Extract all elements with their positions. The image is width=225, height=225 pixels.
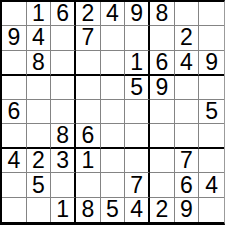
cell-r4c3[interactable] [51, 76, 76, 100]
cell-r6c9[interactable] [199, 124, 224, 149]
cell-r2c4[interactable]: 7 [76, 26, 101, 50]
cell-r1c4[interactable]: 2 [76, 2, 101, 26]
cell-r5c8[interactable] [175, 100, 200, 124]
cell-r9c7[interactable]: 2 [150, 198, 175, 222]
cell-r8c6[interactable]: 7 [125, 173, 150, 197]
cell-r1c1[interactable] [2, 2, 27, 26]
cell-r9c6[interactable]: 4 [125, 198, 150, 222]
cell-r4c5[interactable] [101, 76, 126, 100]
cell-r1c6[interactable]: 9 [125, 2, 150, 26]
cell-r7c8[interactable]: 7 [175, 149, 200, 173]
cell-r2c6[interactable] [125, 26, 150, 50]
cell-r8c7[interactable] [150, 173, 175, 197]
cell-r8c2[interactable]: 5 [27, 173, 52, 197]
cell-r6c7[interactable] [150, 124, 175, 149]
cell-r7c7[interactable] [150, 149, 175, 173]
cell-r2c1[interactable]: 9 [2, 26, 27, 50]
cell-r5c7[interactable] [150, 100, 175, 124]
cell-r3c3[interactable] [51, 51, 76, 76]
cell-r6c4[interactable]: 6 [76, 124, 101, 149]
cell-r7c9[interactable] [199, 149, 224, 173]
cell-r4c6[interactable]: 5 [125, 76, 150, 100]
cell-r7c2[interactable]: 2 [27, 149, 52, 173]
cell-r8c4[interactable] [76, 173, 101, 197]
cell-r4c2[interactable] [27, 76, 52, 100]
cell-r2c9[interactable] [199, 26, 224, 50]
cell-r4c8[interactable] [175, 76, 200, 100]
cell-r5c4[interactable] [76, 100, 101, 124]
cell-r5c9[interactable]: 5 [199, 100, 224, 124]
cell-r1c5[interactable]: 4 [101, 2, 126, 26]
cell-r3c1[interactable] [2, 51, 27, 76]
cell-r8c8[interactable]: 6 [175, 173, 200, 197]
cell-r1c7[interactable]: 8 [150, 2, 175, 26]
cell-r2c8[interactable]: 2 [175, 26, 200, 50]
sudoku-puzzle: 162498947281649596586423175764185429 [0, 0, 225, 225]
cell-r7c3[interactable]: 3 [51, 149, 76, 173]
cell-r7c5[interactable] [101, 149, 126, 173]
cell-r3c5[interactable] [101, 51, 126, 76]
sudoku-board: 162498947281649596586423175764185429 [0, 0, 225, 225]
cell-r2c2[interactable]: 4 [27, 26, 52, 50]
cell-r9c4[interactable]: 8 [76, 198, 101, 222]
cell-r9c1[interactable] [2, 198, 27, 222]
cell-r9c3[interactable]: 1 [51, 198, 76, 222]
cell-r4c4[interactable] [76, 76, 101, 100]
cell-r1c9[interactable] [199, 2, 224, 26]
cell-r8c5[interactable] [101, 173, 126, 197]
cell-r8c3[interactable] [51, 173, 76, 197]
cell-r3c4[interactable] [76, 51, 101, 76]
cell-r7c4[interactable]: 1 [76, 149, 101, 173]
cell-r3c8[interactable]: 4 [175, 51, 200, 76]
cell-r6c1[interactable] [2, 124, 27, 149]
cell-r3c2[interactable]: 8 [27, 51, 52, 76]
cell-r3c6[interactable]: 1 [125, 51, 150, 76]
cell-r2c3[interactable] [51, 26, 76, 50]
cell-r9c2[interactable] [27, 198, 52, 222]
cell-r8c1[interactable] [2, 173, 27, 197]
cell-r5c1[interactable]: 6 [2, 100, 27, 124]
cell-r5c3[interactable] [51, 100, 76, 124]
cell-r6c3[interactable]: 8 [51, 124, 76, 149]
cell-r5c5[interactable] [101, 100, 126, 124]
cell-r4c9[interactable] [199, 76, 224, 100]
cell-r9c8[interactable]: 9 [175, 198, 200, 222]
cell-r4c1[interactable] [2, 76, 27, 100]
cell-r1c2[interactable]: 1 [27, 2, 52, 26]
cell-r6c5[interactable] [101, 124, 126, 149]
cell-r8c9[interactable]: 4 [199, 173, 224, 197]
cell-r1c3[interactable]: 6 [51, 2, 76, 26]
cell-r6c6[interactable] [125, 124, 150, 149]
cell-r3c9[interactable]: 9 [199, 51, 224, 76]
cell-r4c7[interactable]: 9 [150, 76, 175, 100]
cell-r2c5[interactable] [101, 26, 126, 50]
cell-r5c2[interactable] [27, 100, 52, 124]
cell-r9c5[interactable]: 5 [101, 198, 126, 222]
cell-r6c8[interactable] [175, 124, 200, 149]
cell-r6c2[interactable] [27, 124, 52, 149]
cell-r9c9[interactable] [199, 198, 224, 222]
cell-r5c6[interactable] [125, 100, 150, 124]
cell-r1c8[interactable] [175, 2, 200, 26]
cell-r3c7[interactable]: 6 [150, 51, 175, 76]
cell-r2c7[interactable] [150, 26, 175, 50]
cell-r7c1[interactable]: 4 [2, 149, 27, 173]
cell-r7c6[interactable] [125, 149, 150, 173]
